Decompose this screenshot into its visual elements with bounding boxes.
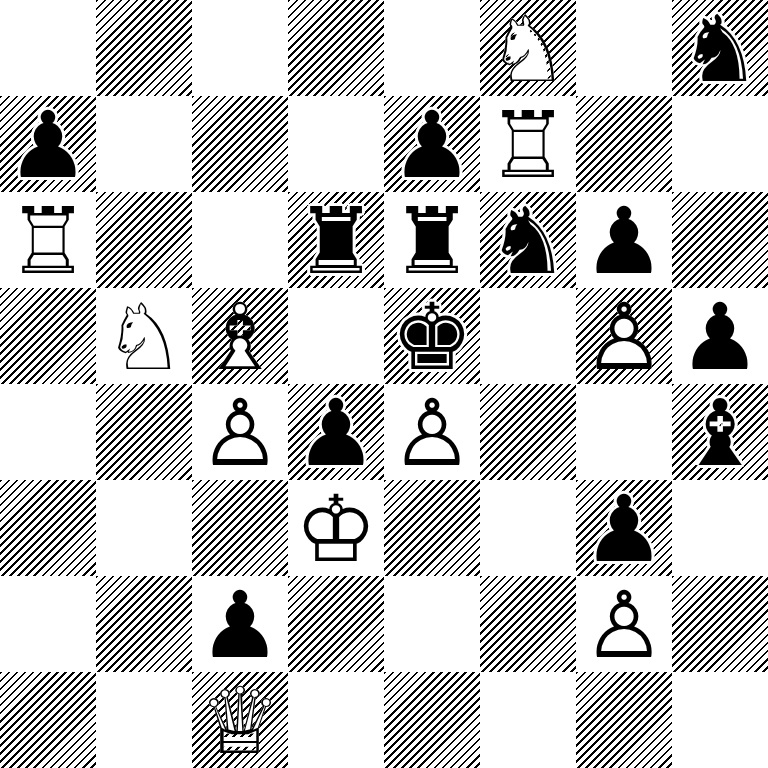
- square-b1[interactable]: [96, 672, 192, 768]
- white-knight-outline: ♘: [480, 0, 576, 96]
- black-bishop[interactable]: ♝: [672, 384, 768, 480]
- square-e6[interactable]: ♜: [384, 192, 480, 288]
- white-king[interactable]: ♚♔: [288, 480, 384, 576]
- square-h5[interactable]: ♟: [672, 288, 768, 384]
- white-pawn-outline: ♙: [192, 384, 288, 480]
- black-pawn[interactable]: ♟: [672, 288, 768, 384]
- square-c3[interactable]: [192, 480, 288, 576]
- white-pawn-outline: ♙: [576, 576, 672, 672]
- white-king-outline: ♔: [288, 480, 384, 576]
- square-h7[interactable]: [672, 96, 768, 192]
- white-bishop-outline: ♗: [192, 288, 288, 384]
- black-knight[interactable]: ♞: [480, 192, 576, 288]
- square-f4[interactable]: [480, 384, 576, 480]
- white-knight-outline: ♘: [96, 288, 192, 384]
- black-rook-glyph: ♜: [288, 192, 384, 288]
- square-f3[interactable]: [480, 480, 576, 576]
- black-king[interactable]: ♚: [384, 288, 480, 384]
- white-queen-outline: ♕: [192, 672, 288, 768]
- square-c8[interactable]: [192, 0, 288, 96]
- black-rook[interactable]: ♜: [384, 192, 480, 288]
- black-pawn-glyph: ♟: [384, 96, 480, 192]
- square-b3[interactable]: [96, 480, 192, 576]
- white-pawn-outline: ♙: [384, 384, 480, 480]
- square-a4[interactable]: [0, 384, 96, 480]
- square-c5[interactable]: ♝♗: [192, 288, 288, 384]
- white-pawn[interactable]: ♟♙: [192, 384, 288, 480]
- square-g3[interactable]: ♟: [576, 480, 672, 576]
- white-knight[interactable]: ♞♘: [96, 288, 192, 384]
- square-e1[interactable]: [384, 672, 480, 768]
- square-c1[interactable]: ♛♕: [192, 672, 288, 768]
- square-d2[interactable]: [288, 576, 384, 672]
- black-pawn-glyph: ♟: [576, 480, 672, 576]
- white-rook-outline: ♖: [480, 96, 576, 192]
- square-b4[interactable]: [96, 384, 192, 480]
- black-pawn[interactable]: ♟: [192, 576, 288, 672]
- white-pawn[interactable]: ♟♙: [576, 576, 672, 672]
- square-h3[interactable]: [672, 480, 768, 576]
- black-pawn[interactable]: ♟: [576, 192, 672, 288]
- white-rook[interactable]: ♜♖: [0, 192, 96, 288]
- square-c6[interactable]: [192, 192, 288, 288]
- white-pawn-outline: ♙: [576, 288, 672, 384]
- square-b2[interactable]: [96, 576, 192, 672]
- white-rook-outline: ♖: [0, 192, 96, 288]
- square-f6[interactable]: ♞: [480, 192, 576, 288]
- black-pawn[interactable]: ♟: [576, 480, 672, 576]
- square-f5[interactable]: [480, 288, 576, 384]
- square-f7[interactable]: ♜♖: [480, 96, 576, 192]
- white-queen[interactable]: ♛♕: [192, 672, 288, 768]
- square-d6[interactable]: ♜: [288, 192, 384, 288]
- square-e2[interactable]: [384, 576, 480, 672]
- square-a1[interactable]: [0, 672, 96, 768]
- square-a8[interactable]: [0, 0, 96, 96]
- square-b8[interactable]: [96, 0, 192, 96]
- square-e5[interactable]: ♚: [384, 288, 480, 384]
- square-a3[interactable]: [0, 480, 96, 576]
- square-d3[interactable]: ♚♔: [288, 480, 384, 576]
- square-a7[interactable]: ♟: [0, 96, 96, 192]
- square-g8[interactable]: [576, 0, 672, 96]
- black-knight-glyph: ♞: [672, 0, 768, 96]
- square-h1[interactable]: [672, 672, 768, 768]
- black-pawn-glyph: ♟: [0, 96, 96, 192]
- white-pawn[interactable]: ♟♙: [384, 384, 480, 480]
- square-d7[interactable]: [288, 96, 384, 192]
- chess-board: ♞♘♞♟♟♜♖♜♖♜♜♞♟♞♘♝♗♚♟♙♟♟♙♟♟♙♝♚♔♟♟♟♙♛♕: [0, 0, 768, 768]
- square-b7[interactable]: [96, 96, 192, 192]
- square-f8[interactable]: ♞♘: [480, 0, 576, 96]
- black-pawn[interactable]: ♟: [288, 384, 384, 480]
- square-g1[interactable]: [576, 672, 672, 768]
- square-e4[interactable]: ♟♙: [384, 384, 480, 480]
- square-b6[interactable]: [96, 192, 192, 288]
- square-g6[interactable]: ♟: [576, 192, 672, 288]
- white-bishop[interactable]: ♝♗: [192, 288, 288, 384]
- white-rook[interactable]: ♜♖: [480, 96, 576, 192]
- square-f2[interactable]: [480, 576, 576, 672]
- square-h4[interactable]: ♝: [672, 384, 768, 480]
- square-a5[interactable]: [0, 288, 96, 384]
- black-king-glyph: ♚: [384, 288, 480, 384]
- black-pawn-glyph: ♟: [672, 288, 768, 384]
- black-pawn[interactable]: ♟: [0, 96, 96, 192]
- square-g4[interactable]: [576, 384, 672, 480]
- square-d5[interactable]: [288, 288, 384, 384]
- square-g2[interactable]: ♟♙: [576, 576, 672, 672]
- black-bishop-glyph: ♝: [672, 384, 768, 480]
- black-pawn-glyph: ♟: [288, 384, 384, 480]
- square-e3[interactable]: [384, 480, 480, 576]
- black-pawn-glyph: ♟: [576, 192, 672, 288]
- square-c7[interactable]: [192, 96, 288, 192]
- white-pawn[interactable]: ♟♙: [576, 288, 672, 384]
- black-knight[interactable]: ♞: [672, 0, 768, 96]
- black-rook-glyph: ♜: [384, 192, 480, 288]
- square-d4[interactable]: ♟: [288, 384, 384, 480]
- square-g7[interactable]: [576, 96, 672, 192]
- square-d1[interactable]: [288, 672, 384, 768]
- square-a6[interactable]: ♜♖: [0, 192, 96, 288]
- square-h8[interactable]: ♞: [672, 0, 768, 96]
- square-f1[interactable]: [480, 672, 576, 768]
- square-c2[interactable]: ♟: [192, 576, 288, 672]
- square-h2[interactable]: [672, 576, 768, 672]
- square-a2[interactable]: [0, 576, 96, 672]
- square-e8[interactable]: [384, 0, 480, 96]
- square-h6[interactable]: [672, 192, 768, 288]
- square-d8[interactable]: [288, 0, 384, 96]
- black-pawn[interactable]: ♟: [384, 96, 480, 192]
- black-pawn-glyph: ♟: [192, 576, 288, 672]
- white-knight[interactable]: ♞♘: [480, 0, 576, 96]
- black-rook[interactable]: ♜: [288, 192, 384, 288]
- black-knight-glyph: ♞: [480, 192, 576, 288]
- square-e7[interactable]: ♟: [384, 96, 480, 192]
- square-c4[interactable]: ♟♙: [192, 384, 288, 480]
- square-b5[interactable]: ♞♘: [96, 288, 192, 384]
- square-g5[interactable]: ♟♙: [576, 288, 672, 384]
